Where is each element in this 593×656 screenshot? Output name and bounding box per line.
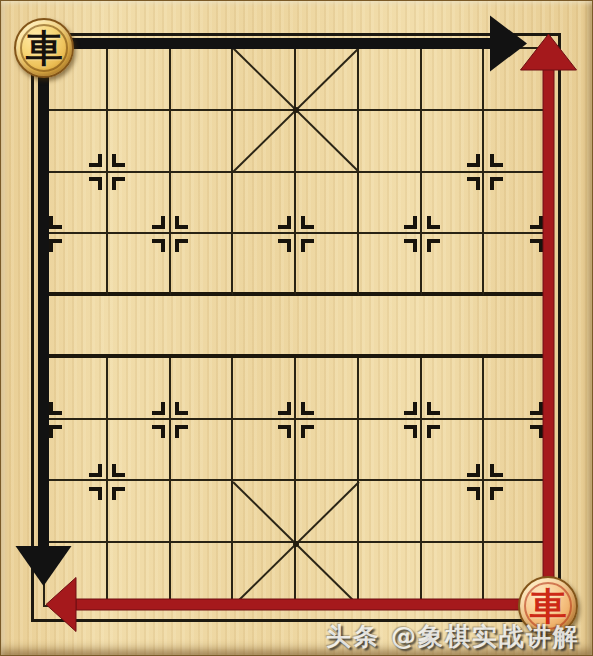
board-cell[interactable] xyxy=(171,111,234,173)
board-cell[interactable] xyxy=(45,111,108,173)
board-cell[interactable] xyxy=(296,49,359,111)
board-cell[interactable] xyxy=(296,420,359,482)
board-cell[interactable] xyxy=(233,543,296,605)
red-chariot-glyph: 車 xyxy=(530,588,567,625)
board-cell[interactable] xyxy=(359,173,422,235)
board-cell[interactable] xyxy=(233,358,296,420)
board-cell[interactable] xyxy=(484,173,547,235)
board-cell[interactable] xyxy=(45,481,108,543)
board-cell[interactable] xyxy=(296,358,359,420)
xiangqi-board: 車 車 头条 @象棋实战讲解 xyxy=(0,0,593,656)
board-cell[interactable] xyxy=(422,173,485,235)
board-cell[interactable] xyxy=(359,49,422,111)
board-cell[interactable] xyxy=(296,173,359,235)
board-cell[interactable] xyxy=(296,234,359,296)
board-cell[interactable] xyxy=(359,420,422,482)
board-cell[interactable] xyxy=(171,543,234,605)
board-cell[interactable] xyxy=(108,543,171,605)
board-cell[interactable] xyxy=(233,111,296,173)
board-cell[interactable] xyxy=(108,111,171,173)
board-cell[interactable] xyxy=(359,111,422,173)
board-cell[interactable] xyxy=(484,234,547,296)
board-cell[interactable] xyxy=(45,543,108,605)
board-cell[interactable] xyxy=(233,234,296,296)
board-cell[interactable] xyxy=(171,234,234,296)
black-chariot-glyph: 車 xyxy=(26,30,63,67)
board-cell[interactable] xyxy=(484,358,547,420)
board-cell[interactable] xyxy=(484,111,547,173)
board-cell[interactable] xyxy=(359,358,422,420)
board-cell[interactable] xyxy=(45,173,108,235)
board-cell[interactable] xyxy=(422,234,485,296)
board-cell[interactable] xyxy=(484,49,547,111)
board-cell[interactable] xyxy=(422,358,485,420)
board-cell[interactable] xyxy=(296,111,359,173)
board-cell[interactable] xyxy=(296,543,359,605)
board-cell[interactable] xyxy=(171,420,234,482)
board-cell[interactable] xyxy=(45,358,108,420)
board-cell[interactable] xyxy=(359,543,422,605)
board-cell[interactable] xyxy=(422,481,485,543)
board-cell[interactable] xyxy=(233,173,296,235)
board-cell[interactable] xyxy=(296,296,359,358)
board-cell[interactable] xyxy=(171,173,234,235)
board-cell[interactable] xyxy=(422,420,485,482)
board-cell[interactable] xyxy=(422,49,485,111)
board-cell[interactable] xyxy=(108,234,171,296)
board-cell[interactable] xyxy=(108,173,171,235)
board-cell[interactable] xyxy=(45,420,108,482)
board-cell[interactable] xyxy=(108,420,171,482)
board-cell[interactable] xyxy=(359,296,422,358)
board-cell[interactable] xyxy=(484,420,547,482)
board-cell[interactable] xyxy=(359,481,422,543)
board-cell[interactable] xyxy=(359,234,422,296)
board-cell[interactable] xyxy=(233,481,296,543)
board-cell[interactable] xyxy=(108,481,171,543)
board-cell[interactable] xyxy=(108,358,171,420)
board-cell[interactable] xyxy=(171,358,234,420)
board-cell[interactable] xyxy=(422,111,485,173)
board-cell[interactable] xyxy=(296,481,359,543)
watermark: 头条 @象棋实战讲解 xyxy=(326,620,580,653)
piece-black-chariot[interactable]: 車 xyxy=(14,18,74,78)
board-cell[interactable] xyxy=(108,49,171,111)
board-cell[interactable] xyxy=(233,49,296,111)
board-cell[interactable] xyxy=(484,481,547,543)
board-cell[interactable] xyxy=(108,296,171,358)
board-cell[interactable] xyxy=(233,296,296,358)
board-cell[interactable] xyxy=(422,296,485,358)
board-grid xyxy=(43,47,549,607)
board-cell[interactable] xyxy=(45,234,108,296)
board-cell[interactable] xyxy=(171,49,234,111)
board-cell[interactable] xyxy=(422,543,485,605)
board-cell[interactable] xyxy=(171,296,234,358)
board-cell[interactable] xyxy=(45,296,108,358)
board-cell[interactable] xyxy=(484,296,547,358)
board-cell[interactable] xyxy=(171,481,234,543)
board-cell[interactable] xyxy=(233,420,296,482)
